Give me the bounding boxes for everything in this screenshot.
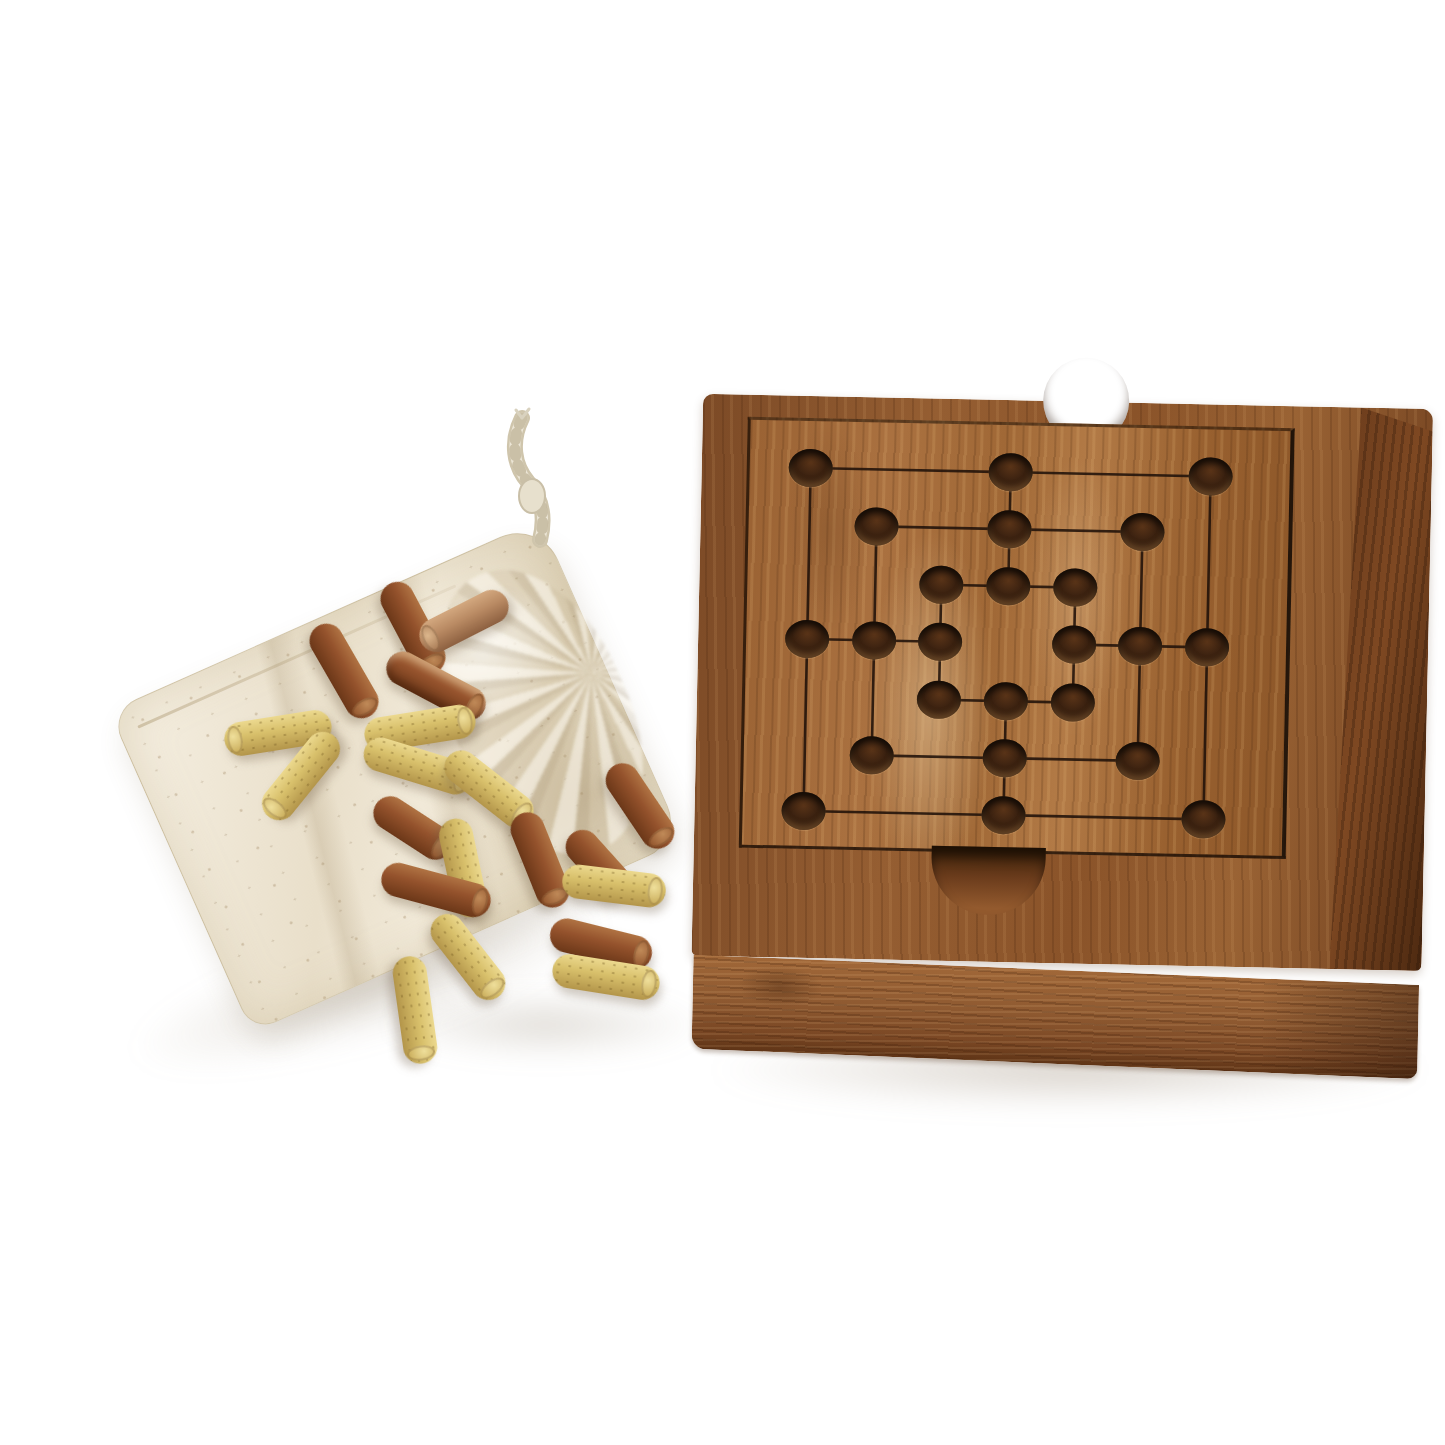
hole-g4[interactable] (1184, 628, 1229, 667)
scene (0, 0, 1445, 1445)
drawstring-rope (470, 408, 600, 558)
hole-e3[interactable] (1050, 683, 1095, 722)
hole-c3[interactable] (917, 680, 962, 719)
hole-a4[interactable] (785, 620, 830, 659)
hole-a7[interactable] (789, 448, 834, 487)
board-lid (739, 417, 1295, 859)
hole-e4[interactable] (1051, 626, 1096, 665)
hole-d7[interactable] (988, 452, 1033, 491)
rope-knot (519, 479, 545, 513)
hole-d1[interactable] (981, 796, 1026, 835)
hole-b4[interactable] (852, 621, 897, 660)
hole-a1[interactable] (781, 792, 826, 831)
thumb-groove (930, 846, 1045, 916)
hole-d6[interactable] (987, 510, 1032, 549)
hole-d5[interactable] (986, 567, 1031, 606)
hole-d2[interactable] (982, 739, 1027, 778)
hole-e5[interactable] (1052, 568, 1097, 607)
hole-f6[interactable] (1120, 512, 1165, 551)
box-side-bevel (1329, 407, 1433, 971)
board-grid (770, 438, 1244, 849)
game-box (689, 394, 1433, 1084)
hole-d3[interactable] (983, 681, 1028, 720)
box-front-face (692, 955, 1419, 1079)
hole-b2[interactable] (849, 736, 894, 775)
hole-b6[interactable] (854, 507, 899, 546)
box-frame (692, 394, 1434, 971)
hole-g1[interactable] (1181, 800, 1226, 839)
hole-g7[interactable] (1188, 457, 1233, 496)
hole-f4[interactable] (1118, 627, 1163, 666)
hole-f2[interactable] (1115, 742, 1160, 781)
hole-c5[interactable] (919, 566, 964, 605)
hole-c4[interactable] (918, 623, 963, 662)
